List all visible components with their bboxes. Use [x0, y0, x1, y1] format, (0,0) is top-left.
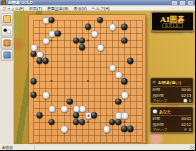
grid-line [100, 20, 101, 143]
player-panel-white: あなた 時間 00:01 残時間 02:12 アゲハマ 0 [150, 107, 194, 134]
black-stone-icon [153, 80, 157, 84]
black-stone[interactable] [43, 58, 49, 64]
last-move-marker [87, 115, 89, 117]
status-spacer [35, 146, 191, 151]
black-stone[interactable] [67, 99, 73, 105]
grid-line [34, 102, 143, 103]
white-stone[interactable] [103, 126, 110, 133]
white-stone[interactable] [49, 105, 56, 112]
black-stone[interactable] [91, 112, 97, 118]
star-point [87, 121, 89, 123]
star-point [87, 80, 89, 82]
black-stone[interactable] [55, 31, 61, 37]
white-stone[interactable] [61, 126, 68, 133]
time-value: 00:01 [182, 117, 191, 122]
time-value: 00:00 [182, 88, 191, 93]
black-stone[interactable] [115, 119, 121, 125]
black-player-name: AI囲碁(強い) [158, 80, 181, 86]
status-text: AI囲碁 [0, 146, 35, 151]
menu-game[interactable]: 対局(T) [26, 5, 44, 11]
captures-value: 0 [189, 128, 191, 133]
logo-title: AI囲碁 [160, 15, 184, 23]
resize-grip[interactable] [191, 146, 196, 151]
star-point [51, 39, 53, 41]
board-icon [4, 16, 12, 23]
app-logo: AI囲碁 GOLD [151, 12, 194, 32]
white-stone[interactable] [43, 37, 50, 44]
grid-line [94, 20, 95, 143]
star-point [51, 80, 53, 82]
go-board[interactable] [29, 15, 146, 145]
star-point [123, 121, 125, 123]
black-stone[interactable] [121, 24, 127, 30]
black-stone[interactable] [30, 92, 36, 98]
time-label: 時間 [153, 87, 161, 92]
black-stone[interactable] [127, 126, 133, 132]
white-stone[interactable] [91, 31, 98, 38]
grid-line [34, 88, 143, 89]
black-stone[interactable] [115, 99, 121, 105]
white-stone-icon [183, 99, 187, 103]
star-point [87, 39, 89, 41]
stones-button[interactable] [1, 26, 13, 37]
white-stone[interactable] [79, 105, 86, 112]
black-stone[interactable] [49, 119, 55, 125]
white-stone[interactable] [115, 71, 122, 78]
black-stone[interactable] [85, 24, 91, 30]
white-stone[interactable] [121, 112, 128, 119]
black-stone[interactable] [127, 58, 133, 64]
black-stone[interactable] [79, 44, 85, 50]
menu-help[interactable]: ヘルプ(H) [89, 5, 112, 11]
captures-label: アゲハマ [153, 98, 168, 103]
menu-view[interactable]: 表示(V) [71, 5, 89, 11]
grid-line [136, 20, 137, 143]
white-stone[interactable] [61, 105, 68, 112]
white-stone[interactable] [121, 92, 128, 99]
black-stone[interactable] [30, 78, 36, 84]
black-stone[interactable] [97, 17, 103, 23]
new-game-button[interactable] [1, 14, 13, 25]
captures-value: 0 [189, 99, 191, 104]
client-area: AI囲碁 GOLD AI囲碁(強い) 時間 00:00 残時間 02:13 アゲ… [0, 11, 195, 145]
tool-icon [4, 52, 12, 59]
captures-label: アゲハマ [153, 127, 168, 132]
app-window: AI囲碁 GOLD – □ × ファイル(F) 対局(T) 碁盤設定(B) 表示… [0, 0, 195, 150]
black-stone[interactable] [121, 78, 127, 84]
black-stone[interactable] [79, 119, 85, 125]
grid-line [142, 20, 143, 143]
black-stone[interactable] [49, 17, 55, 23]
time-label: 時間 [153, 116, 161, 121]
white-stone[interactable] [109, 65, 116, 72]
logo-subtitle: GOLD [163, 24, 183, 29]
remaining-time-label: 残時間 [153, 122, 164, 127]
black-stone[interactable] [79, 37, 85, 43]
grid-line [130, 20, 131, 143]
black-stone-icon [184, 128, 187, 131]
menu-file[interactable]: ファイル(F) [0, 5, 26, 11]
white-stone[interactable] [43, 92, 50, 99]
settings-button[interactable] [1, 50, 13, 61]
white-player-name: あなた [159, 109, 171, 115]
remaining-time-label: 残時間 [153, 93, 164, 98]
menu-board-settings[interactable]: 碁盤設定(B) [45, 5, 71, 11]
hint-button[interactable] [1, 38, 13, 49]
remaining-time-value: 02:12 [182, 122, 191, 127]
stones-icon [4, 28, 11, 34]
hand-icon [4, 40, 12, 47]
grid-line [34, 142, 143, 143]
remaining-time-value: 02:13 [182, 93, 191, 98]
black-stone[interactable] [36, 112, 42, 118]
grid-line [34, 136, 143, 137]
grid-line [106, 20, 107, 143]
black-stone[interactable] [121, 37, 127, 43]
black-stone[interactable] [73, 112, 79, 118]
white-stone[interactable] [109, 24, 116, 31]
left-toolbar [0, 11, 14, 145]
white-stone-icon [153, 109, 158, 114]
white-stone[interactable] [97, 44, 104, 51]
status-bar: AI囲碁 [0, 145, 195, 151]
player-panel-black: AI囲碁(強い) 時間 00:00 残時間 02:13 アゲハマ 0 [150, 78, 194, 104]
